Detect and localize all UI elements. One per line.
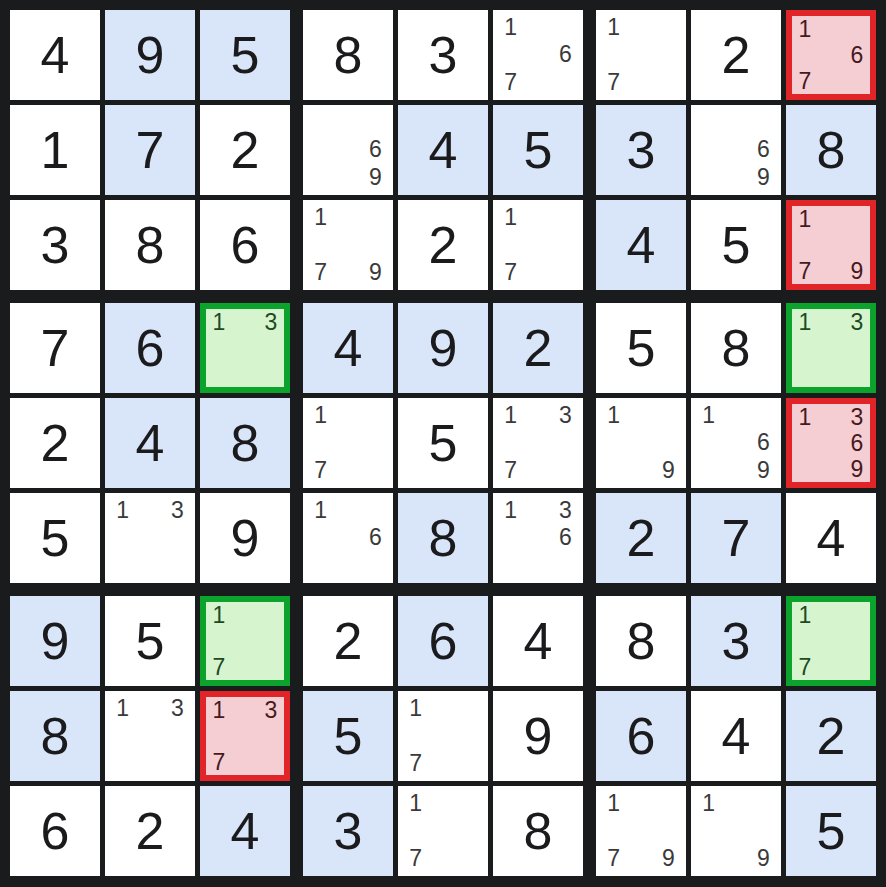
pencil-mark: 6 (552, 524, 579, 551)
pencil-mark (402, 817, 429, 844)
pencil-mark: 1 (792, 309, 818, 335)
pencil-mark (109, 722, 136, 749)
pencil-marks: 17 (402, 790, 484, 872)
cell-r6c2[interactable]: 13 (105, 493, 195, 583)
pencil-mark (818, 654, 844, 680)
pencil-mark (655, 69, 682, 96)
cell-r5c1[interactable]: 2 (10, 398, 100, 488)
pencil-mark (655, 14, 682, 41)
pencil-mark: 1 (109, 695, 136, 722)
pencil-mark (818, 361, 844, 387)
pencil-mark: 7 (792, 654, 818, 680)
pencil-mark (844, 232, 870, 258)
cell-value: 4 (303, 303, 393, 393)
cell-value: 8 (10, 691, 100, 781)
pencil-mark (307, 524, 334, 551)
pencil-mark (429, 845, 456, 872)
cell-r5c2[interactable]: 4 (105, 398, 195, 488)
cell-r1c1[interactable]: 4 (10, 10, 100, 100)
pencil-mark (334, 552, 361, 579)
cell-value: 8 (786, 105, 876, 195)
pencil-mark (655, 429, 682, 456)
cell-r2c5[interactable]: 4 (398, 105, 488, 195)
pencil-marks: 69 (307, 109, 389, 191)
cell-r6c7[interactable]: 2 (596, 493, 686, 583)
pencil-marks: 13 (206, 309, 284, 387)
pencil-mark (429, 750, 456, 777)
pencil-marks: 179 (792, 206, 870, 284)
pencil-mark: 1 (206, 602, 232, 628)
pencil-mark (524, 41, 551, 68)
pencil-marks: 13 (109, 497, 191, 579)
cell-value: 4 (691, 691, 781, 781)
cell-value: 8 (398, 493, 488, 583)
pencil-marks: 167 (497, 14, 579, 96)
pencil-mark (818, 430, 844, 456)
cell-value: 3 (596, 105, 686, 195)
pencil-marks: 17 (792, 602, 870, 680)
pencil-mark (206, 335, 232, 361)
pencil-mark (258, 335, 284, 361)
cell-r7c5[interactable]: 6 (398, 596, 488, 686)
pencil-mark (818, 404, 844, 430)
pencil-mark (429, 790, 456, 817)
cell-r4c6[interactable]: 2 (493, 303, 583, 393)
pencil-marks: 179 (600, 790, 682, 872)
cell-r4c2[interactable]: 6 (105, 303, 195, 393)
cell-value: 8 (200, 398, 290, 488)
pencil-mark (429, 695, 456, 722)
pencil-mark (524, 429, 551, 456)
cell-r9c6[interactable]: 8 (493, 786, 583, 876)
pencil-mark (429, 817, 456, 844)
pencil-mark (750, 109, 777, 136)
pencil-mark (524, 497, 551, 524)
pencil-mark (524, 457, 551, 484)
pencil-mark: 1 (402, 790, 429, 817)
pencil-marks: 136 (497, 497, 579, 579)
cell-r1c2[interactable]: 9 (105, 10, 195, 100)
cell-value: 5 (398, 398, 488, 488)
cell-r2c1[interactable]: 1 (10, 105, 100, 195)
pencil-mark (552, 259, 579, 286)
pencil-mark (334, 204, 361, 231)
cell-r1c8[interactable]: 2 (691, 10, 781, 100)
pencil-mark: 9 (844, 456, 870, 482)
cell-value: 2 (691, 10, 781, 100)
cell-r2c4[interactable]: 69 (303, 105, 393, 195)
cell-value: 2 (105, 786, 195, 876)
pencil-mark (206, 723, 232, 749)
cell-r8c8[interactable]: 4 (691, 691, 781, 781)
pencil-mark (334, 497, 361, 524)
pencil-mark: 7 (206, 654, 232, 680)
pencil-mark: 6 (552, 41, 579, 68)
cell-r2c7[interactable]: 3 (596, 105, 686, 195)
pencil-mark (627, 41, 654, 68)
pencil-marks: 167 (792, 16, 870, 94)
pencil-mark: 9 (362, 164, 389, 191)
cell-r7c2[interactable]: 5 (105, 596, 195, 686)
pencil-mark (600, 41, 627, 68)
cell-r5c8[interactable]: 169 (691, 398, 781, 488)
pencil-marks: 17 (206, 602, 284, 680)
pencil-mark (334, 109, 361, 136)
cell-r2c6[interactable]: 5 (493, 105, 583, 195)
pencil-mark (695, 109, 722, 136)
cell-value: 3 (691, 596, 781, 686)
pencil-mark: 9 (750, 164, 777, 191)
cell-r2c2[interactable]: 7 (105, 105, 195, 195)
pencil-mark (164, 722, 191, 749)
pencil-mark (818, 232, 844, 258)
pencil-mark (524, 14, 551, 41)
cell-r3c5[interactable]: 2 (398, 200, 488, 290)
pencil-mark (627, 69, 654, 96)
pencil-mark (627, 845, 654, 872)
cell-value: 2 (786, 691, 876, 781)
pencil-mark (164, 524, 191, 551)
cell-value: 2 (10, 398, 100, 488)
cell-r4c4[interactable]: 4 (303, 303, 393, 393)
cell-r7c7[interactable]: 8 (596, 596, 686, 686)
pencil-mark (818, 258, 844, 284)
pencil-mark: 1 (695, 402, 722, 429)
pencil-mark: 1 (600, 14, 627, 41)
cell-r8c7[interactable]: 6 (596, 691, 686, 781)
cell-value: 2 (303, 596, 393, 686)
pencil-mark (844, 654, 870, 680)
pencil-marks: 17 (402, 695, 484, 777)
cell-value: 4 (596, 200, 686, 290)
pencil-mark: 1 (402, 695, 429, 722)
pencil-mark (307, 552, 334, 579)
pencil-mark (792, 335, 818, 361)
cell-value: 5 (10, 493, 100, 583)
pencil-mark: 1 (695, 790, 722, 817)
pencil-mark: 1 (497, 14, 524, 41)
pencil-mark (695, 457, 722, 484)
pencil-marks: 17 (307, 402, 389, 484)
cell-r2c8[interactable]: 69 (691, 105, 781, 195)
cell-r6c1[interactable]: 5 (10, 493, 100, 583)
cell-r5c5[interactable]: 5 (398, 398, 488, 488)
pencil-mark (722, 457, 749, 484)
pencil-mark: 7 (497, 69, 524, 96)
cell-r4c9[interactable]: 13 (786, 303, 876, 393)
cell-r8c1[interactable]: 8 (10, 691, 100, 781)
pencil-marks: 179 (307, 204, 389, 286)
pencil-mark (206, 361, 232, 387)
pencil-mark (750, 790, 777, 817)
pencil-mark: 1 (497, 497, 524, 524)
cell-r1c6[interactable]: 167 (493, 10, 583, 100)
cell-r9c3[interactable]: 4 (200, 786, 290, 876)
pencil-mark (627, 817, 654, 844)
cell-value: 5 (105, 596, 195, 686)
pencil-marks: 13 (792, 309, 870, 387)
cell-r3c1[interactable]: 3 (10, 200, 100, 290)
pencil-mark (334, 259, 361, 286)
pencil-mark (627, 402, 654, 429)
pencil-mark (457, 750, 484, 777)
cell-r9c5[interactable]: 17 (398, 786, 488, 876)
cell-r5c7[interactable]: 19 (596, 398, 686, 488)
pencil-mark (362, 457, 389, 484)
cell-r7c4[interactable]: 2 (303, 596, 393, 686)
pencil-mark (524, 204, 551, 231)
cell-r4c7[interactable]: 5 (596, 303, 686, 393)
cell-value: 7 (105, 105, 195, 195)
cell-r9c9[interactable]: 5 (786, 786, 876, 876)
pencil-mark (552, 14, 579, 41)
pencil-mark: 9 (750, 457, 777, 484)
pencil-mark (362, 402, 389, 429)
cell-r6c3[interactable]: 9 (200, 493, 290, 583)
cell-value: 2 (596, 493, 686, 583)
pencil-mark (232, 628, 258, 654)
pencil-mark (307, 429, 334, 456)
pencil-mark: 9 (655, 457, 682, 484)
cell-r8c6[interactable]: 9 (493, 691, 583, 781)
pencil-mark (109, 524, 136, 551)
cell-r8c3[interactable]: 137 (200, 691, 290, 781)
pencil-mark (722, 845, 749, 872)
pencil-mark: 6 (844, 42, 870, 68)
pencil-mark: 3 (258, 697, 284, 723)
pencil-mark (136, 552, 163, 579)
cell-r8c5[interactable]: 17 (398, 691, 488, 781)
pencil-mark (722, 429, 749, 456)
cell-value: 4 (10, 10, 100, 100)
pencil-marks: 69 (695, 109, 777, 191)
pencil-mark (109, 750, 136, 777)
pencil-mark (600, 429, 627, 456)
pencil-mark (457, 817, 484, 844)
pencil-mark (722, 817, 749, 844)
cell-r6c8[interactable]: 7 (691, 493, 781, 583)
pencil-mark (722, 164, 749, 191)
cell-r3c7[interactable]: 4 (596, 200, 686, 290)
cell-r9c7[interactable]: 179 (596, 786, 686, 876)
pencil-mark: 1 (497, 402, 524, 429)
cell-r7c9[interactable]: 17 (786, 596, 876, 686)
pencil-mark (232, 361, 258, 387)
cell-r5c3[interactable]: 8 (200, 398, 290, 488)
cell-r9c2[interactable]: 2 (105, 786, 195, 876)
pencil-mark (695, 136, 722, 163)
pencil-mark: 7 (600, 845, 627, 872)
cell-r6c5[interactable]: 8 (398, 493, 488, 583)
cell-r1c3[interactable]: 5 (200, 10, 290, 100)
cell-r8c9[interactable]: 2 (786, 691, 876, 781)
pencil-mark (258, 628, 284, 654)
cell-r2c9[interactable]: 8 (786, 105, 876, 195)
pencil-mark: 1 (307, 402, 334, 429)
cell-value: 2 (398, 200, 488, 290)
pencil-mark (552, 69, 579, 96)
cell-value: 4 (200, 786, 290, 876)
pencil-mark: 7 (402, 750, 429, 777)
pencil-mark (695, 845, 722, 872)
pencil-mark: 1 (307, 204, 334, 231)
cell-r7c8[interactable]: 3 (691, 596, 781, 686)
cell-r4c5[interactable]: 9 (398, 303, 488, 393)
pencil-mark: 9 (362, 259, 389, 286)
pencil-mark: 7 (497, 457, 524, 484)
pencil-mark (334, 136, 361, 163)
cell-value: 2 (493, 303, 583, 393)
pencil-mark (627, 457, 654, 484)
pencil-mark (307, 231, 334, 258)
pencil-mark: 1 (600, 402, 627, 429)
cell-r4c1[interactable]: 7 (10, 303, 100, 393)
cell-r1c7[interactable]: 17 (596, 10, 686, 100)
cell-value: 5 (691, 200, 781, 290)
cell-r5c9[interactable]: 1369 (786, 398, 876, 488)
pencil-mark: 7 (792, 68, 818, 94)
pencil-mark (722, 109, 749, 136)
pencil-mark (722, 790, 749, 817)
pencil-mark (232, 749, 258, 775)
pencil-mark: 6 (362, 524, 389, 551)
pencil-mark: 3 (552, 402, 579, 429)
pencil-mark (524, 402, 551, 429)
pencil-mark: 3 (552, 497, 579, 524)
cell-r2c3[interactable]: 2 (200, 105, 290, 195)
pencil-mark: 1 (792, 16, 818, 42)
cell-r1c5[interactable]: 3 (398, 10, 488, 100)
cell-value: 6 (10, 786, 100, 876)
pencil-mark (844, 68, 870, 94)
sudoku-board: 4958316717216717269453698386179217451797… (0, 0, 886, 887)
pencil-mark (655, 817, 682, 844)
cell-value: 6 (398, 596, 488, 686)
pencil-mark (844, 16, 870, 42)
cell-r6c9[interactable]: 4 (786, 493, 876, 583)
cell-r9c8[interactable]: 19 (691, 786, 781, 876)
cell-r8c2[interactable]: 13 (105, 691, 195, 781)
pencil-marks: 19 (695, 790, 777, 872)
pencil-mark (600, 457, 627, 484)
pencil-mark (307, 109, 334, 136)
pencil-mark (524, 552, 551, 579)
pencil-marks: 137 (206, 697, 284, 775)
pencil-mark (818, 68, 844, 94)
pencil-mark (362, 231, 389, 258)
pencil-mark: 1 (206, 697, 232, 723)
pencil-mark: 9 (655, 845, 682, 872)
pencil-mark: 3 (844, 404, 870, 430)
pencil-mark (818, 335, 844, 361)
cell-r5c6[interactable]: 137 (493, 398, 583, 488)
pencil-mark (136, 750, 163, 777)
pencil-mark: 1 (206, 309, 232, 335)
cell-r7c1[interactable]: 9 (10, 596, 100, 686)
pencil-mark (497, 41, 524, 68)
cell-r3c2[interactable]: 8 (105, 200, 195, 290)
pencil-mark: 7 (792, 258, 818, 284)
pencil-mark: 3 (164, 695, 191, 722)
pencil-mark (655, 790, 682, 817)
cell-r7c3[interactable]: 17 (200, 596, 290, 686)
pencil-mark (818, 309, 844, 335)
pencil-mark (524, 69, 551, 96)
pencil-mark: 7 (402, 845, 429, 872)
cell-r8c4[interactable]: 5 (303, 691, 393, 781)
pencil-mark (818, 42, 844, 68)
cell-r4c8[interactable]: 8 (691, 303, 781, 393)
pencil-mark (792, 628, 818, 654)
pencil-mark (497, 552, 524, 579)
cell-r6c4[interactable]: 16 (303, 493, 393, 583)
cell-r9c1[interactable]: 6 (10, 786, 100, 876)
pencil-mark (750, 402, 777, 429)
pencil-mark: 1 (307, 497, 334, 524)
pencil-marks: 13 (109, 695, 191, 777)
cell-r6c6[interactable]: 136 (493, 493, 583, 583)
cell-r3c9[interactable]: 179 (786, 200, 876, 290)
pencil-mark (258, 361, 284, 387)
pencil-mark (429, 722, 456, 749)
cell-r9c4[interactable]: 3 (303, 786, 393, 876)
pencil-mark (818, 602, 844, 628)
cell-r4c3[interactable]: 13 (200, 303, 290, 393)
cell-r3c6[interactable]: 17 (493, 200, 583, 290)
cell-r3c4[interactable]: 179 (303, 200, 393, 290)
cell-value: 4 (398, 105, 488, 195)
pencil-marks: 17 (497, 204, 579, 286)
pencil-mark (402, 722, 429, 749)
pencil-mark: 7 (497, 259, 524, 286)
cell-r3c8[interactable]: 5 (691, 200, 781, 290)
pencil-mark (362, 204, 389, 231)
pencil-mark: 7 (307, 457, 334, 484)
cell-r1c4[interactable]: 8 (303, 10, 393, 100)
pencil-mark (362, 552, 389, 579)
cell-value: 6 (596, 691, 686, 781)
pencil-mark (524, 524, 551, 551)
pencil-mark (792, 430, 818, 456)
pencil-mark (307, 164, 334, 191)
pencil-mark: 3 (844, 309, 870, 335)
pencil-mark: 7 (600, 69, 627, 96)
cell-r1c9[interactable]: 167 (786, 10, 876, 100)
pencil-mark: 3 (164, 497, 191, 524)
pencil-mark (600, 817, 627, 844)
pencil-mark: 3 (258, 309, 284, 335)
cell-r3c3[interactable]: 6 (200, 200, 290, 290)
cell-r5c4[interactable]: 17 (303, 398, 393, 488)
pencil-mark: 7 (206, 749, 232, 775)
cell-value: 9 (398, 303, 488, 393)
pencil-mark: 6 (750, 136, 777, 163)
cell-r7c6[interactable]: 4 (493, 596, 583, 686)
pencil-mark: 1 (600, 790, 627, 817)
pencil-mark (334, 524, 361, 551)
pencil-mark (362, 429, 389, 456)
pencil-mark (722, 136, 749, 163)
pencil-mark (844, 335, 870, 361)
pencil-mark (136, 722, 163, 749)
pencil-mark (818, 206, 844, 232)
pencil-mark: 1 (792, 206, 818, 232)
cell-value: 8 (493, 786, 583, 876)
pencil-mark (334, 429, 361, 456)
pencil-mark (457, 695, 484, 722)
pencil-mark (552, 552, 579, 579)
pencil-mark (497, 231, 524, 258)
